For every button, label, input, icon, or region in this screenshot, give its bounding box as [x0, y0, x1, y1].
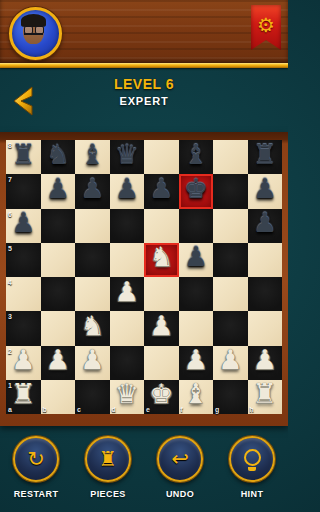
square-b5[interactable]: [41, 243, 76, 277]
square-h1[interactable]: h♜: [248, 380, 283, 414]
rank-label-4: 4: [8, 279, 12, 286]
white-rook[interactable]: ♜: [253, 380, 277, 407]
black-pawn[interactable]: ♟: [149, 175, 173, 202]
square-e7[interactable]: ♟: [144, 174, 179, 208]
black-bishop[interactable]: ♝: [80, 141, 104, 168]
restart-label: RESTART: [14, 489, 59, 499]
square-a6[interactable]: 6♟: [6, 209, 41, 243]
square-h8[interactable]: ♜: [248, 140, 283, 174]
rank-label-6: 6: [8, 211, 12, 218]
square-g3[interactable]: [213, 311, 248, 345]
square-d4[interactable]: ♟: [110, 277, 145, 311]
black-king[interactable]: ♚: [184, 175, 208, 202]
square-b7[interactable]: ♟: [41, 174, 76, 208]
square-e6[interactable]: [144, 209, 179, 243]
white-rook[interactable]: ♜: [11, 380, 35, 407]
undo-label: UNDO: [166, 489, 194, 499]
square-f1[interactable]: f♝: [179, 380, 214, 414]
difficulty-label: EXPERT: [0, 95, 288, 107]
hint-label: HINT: [241, 489, 264, 499]
rank-label-8: 8: [8, 142, 12, 149]
file-label-g: g: [215, 406, 219, 413]
square-f2[interactable]: ♟: [179, 346, 214, 380]
square-b3[interactable]: [41, 311, 76, 345]
file-label-f: f: [181, 406, 183, 413]
square-h6[interactable]: ♟: [248, 209, 283, 243]
restart-circle: ↻: [13, 436, 59, 482]
square-a2[interactable]: 2♟: [6, 346, 41, 380]
square-h3[interactable]: [248, 311, 283, 345]
square-d8[interactable]: ♛: [110, 140, 145, 174]
white-pawn[interactable]: ♟: [46, 346, 70, 373]
square-f6[interactable]: [179, 209, 214, 243]
black-pawn[interactable]: ♟: [11, 209, 35, 236]
level-title: LEVEL 6: [0, 76, 288, 92]
square-c5[interactable]: [75, 243, 110, 277]
rank-label-3: 3: [8, 313, 12, 320]
chess-piece-icon: ♜: [99, 449, 118, 470]
square-f3[interactable]: [179, 311, 214, 345]
white-pawn[interactable]: ♟: [115, 278, 139, 305]
square-a7[interactable]: 7: [6, 174, 41, 208]
undo-circle: ↩: [157, 436, 203, 482]
square-b1[interactable]: b: [41, 380, 76, 414]
white-knight[interactable]: ♞: [149, 243, 173, 270]
square-e2[interactable]: [144, 346, 179, 380]
square-c4[interactable]: [75, 277, 110, 311]
restart-button[interactable]: ↻ RESTART: [4, 436, 68, 499]
lightbulb-icon: [244, 449, 261, 466]
player-avatar[interactable]: [9, 7, 62, 60]
square-c8[interactable]: ♝: [75, 140, 110, 174]
black-queen[interactable]: ♛: [115, 141, 139, 168]
white-pawn[interactable]: ♟: [149, 312, 173, 339]
square-c7[interactable]: ♟: [75, 174, 110, 208]
square-e4[interactable]: [144, 277, 179, 311]
white-pawn[interactable]: ♟: [184, 346, 208, 373]
square-f7[interactable]: ♚: [179, 174, 214, 208]
rank-label-5: 5: [8, 245, 12, 252]
avatar-glasses: [24, 27, 43, 35]
file-label-c: c: [77, 406, 81, 413]
square-d2[interactable]: [110, 346, 145, 380]
square-b6[interactable]: [41, 209, 76, 243]
black-rook[interactable]: ♜: [253, 141, 277, 168]
square-h2[interactable]: ♟: [248, 346, 283, 380]
black-knight[interactable]: ♞: [46, 141, 70, 168]
square-f4[interactable]: [179, 277, 214, 311]
black-pawn[interactable]: ♟: [46, 175, 70, 202]
square-b8[interactable]: ♞: [41, 140, 76, 174]
white-knight[interactable]: ♞: [80, 312, 104, 339]
white-pawn[interactable]: ♟: [11, 346, 35, 373]
square-b2[interactable]: ♟: [41, 346, 76, 380]
white-pawn[interactable]: ♟: [253, 346, 277, 373]
square-e3[interactable]: ♟: [144, 311, 179, 345]
square-h4[interactable]: [248, 277, 283, 311]
rank-label-7: 7: [8, 176, 12, 183]
square-f8[interactable]: ♝: [179, 140, 214, 174]
file-label-d: d: [112, 406, 116, 413]
square-g7[interactable]: [213, 174, 248, 208]
bottom-toolbar: ↻ RESTART ♜ PIECES ↩ UNDO HINT: [0, 428, 288, 512]
square-g6[interactable]: [213, 209, 248, 243]
undo-arrow-icon: ↩: [171, 449, 189, 470]
black-pawn[interactable]: ♟: [253, 209, 277, 236]
white-pawn[interactable]: ♟: [218, 346, 242, 373]
square-b4[interactable]: [41, 277, 76, 311]
gear-icon: ⚙: [257, 13, 275, 37]
square-c2[interactable]: ♟: [75, 346, 110, 380]
black-pawn[interactable]: ♟: [115, 175, 139, 202]
file-label-a: a: [8, 406, 12, 413]
undo-button[interactable]: ↩ UNDO: [148, 436, 212, 499]
pieces-button[interactable]: ♜ PIECES: [76, 436, 140, 499]
square-c1[interactable]: c: [75, 380, 110, 414]
restart-icon: ↻: [27, 449, 45, 470]
square-d3[interactable]: [110, 311, 145, 345]
square-e5[interactable]: ♞: [144, 243, 179, 277]
black-pawn[interactable]: ♟: [80, 175, 104, 202]
level-banner: LEVEL 6 EXPERT: [0, 68, 288, 132]
square-d6[interactable]: [110, 209, 145, 243]
square-d5[interactable]: [110, 243, 145, 277]
square-d7[interactable]: ♟: [110, 174, 145, 208]
file-label-h: h: [250, 406, 254, 413]
white-pawn[interactable]: ♟: [80, 346, 104, 373]
square-g1[interactable]: g: [213, 380, 248, 414]
rank-label-1: 1: [8, 382, 12, 389]
square-f5[interactable]: ♟: [179, 243, 214, 277]
hint-circle: [229, 436, 275, 482]
square-g4[interactable]: [213, 277, 248, 311]
square-d1[interactable]: d♛: [110, 380, 145, 414]
white-bishop[interactable]: ♝: [184, 380, 208, 407]
black-bishop[interactable]: ♝: [184, 141, 208, 168]
square-h7[interactable]: ♟: [248, 174, 283, 208]
square-g8[interactable]: [213, 140, 248, 174]
rank-label-2: 2: [8, 348, 12, 355]
square-a1[interactable]: 1a♜: [6, 380, 41, 414]
white-king[interactable]: ♚: [149, 380, 173, 407]
chess-board[interactable]: 8♜♞♝♛♝♜7♟♟♟♟♚♟6♟♟5♞♟4♟3♞♟2♟♟♟♟♟♟1a♜bcd♛e…: [6, 140, 282, 414]
square-h5[interactable]: [248, 243, 283, 277]
square-c3[interactable]: ♞: [75, 311, 110, 345]
black-pawn[interactable]: ♟: [184, 243, 208, 270]
board-frame: 8♜♞♝♛♝♜7♟♟♟♟♚♟6♟♟5♞♟4♟3♞♟2♟♟♟♟♟♟1a♜bcd♛e…: [0, 132, 288, 426]
black-rook[interactable]: ♜: [11, 141, 35, 168]
square-a4[interactable]: 4: [6, 277, 41, 311]
square-e8[interactable]: [144, 140, 179, 174]
file-label-e: e: [146, 406, 150, 413]
file-label-b: b: [43, 406, 47, 413]
square-g2[interactable]: ♟: [213, 346, 248, 380]
pieces-label: PIECES: [90, 489, 125, 499]
square-g5[interactable]: [213, 243, 248, 277]
square-e1[interactable]: e♚: [144, 380, 179, 414]
square-a3[interactable]: 3: [6, 311, 41, 345]
black-pawn[interactable]: ♟: [253, 175, 277, 202]
square-c6[interactable]: [75, 209, 110, 243]
pieces-circle: ♜: [85, 436, 131, 482]
hint-button[interactable]: HINT: [220, 436, 284, 499]
square-a5[interactable]: 5: [6, 243, 41, 277]
white-queen[interactable]: ♛: [115, 380, 139, 407]
square-a8[interactable]: 8♜: [6, 140, 41, 174]
